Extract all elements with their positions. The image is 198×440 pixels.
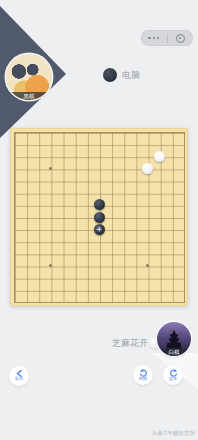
- stone-black: [94, 199, 105, 210]
- circle-dot-icon: [176, 34, 185, 43]
- undo-icon: [139, 369, 148, 377]
- stone-black: [94, 212, 105, 223]
- back-button-label: 返回: [15, 377, 23, 381]
- stone-white: [142, 163, 153, 174]
- ellipsis-icon: [148, 37, 159, 39]
- more-button[interactable]: [141, 30, 167, 46]
- restart-icon: [169, 369, 178, 377]
- undo-button-label: 悔棋: [139, 377, 147, 381]
- star-point: [49, 167, 52, 170]
- stone-white: [154, 151, 165, 162]
- close-button[interactable]: [168, 30, 194, 46]
- miniprogram-capsule: [141, 30, 193, 46]
- back-button[interactable]: 返回: [9, 366, 29, 386]
- black-player-name: 电脑: [122, 69, 140, 81]
- star-point: [49, 264, 52, 267]
- black-player-avatar: 黑棋: [6, 54, 52, 100]
- restart-button[interactable]: 重来: [163, 365, 183, 385]
- board[interactable]: [10, 128, 188, 306]
- undo-button[interactable]: 悔棋: [133, 365, 153, 385]
- white-player-avatar: 白棋: [157, 322, 191, 356]
- watermark: 头条©半糖研究所: [152, 429, 195, 437]
- black-stone-indicator: [103, 68, 117, 82]
- white-player-name: 芝麻花开: [112, 338, 148, 349]
- stone-black: [94, 224, 105, 235]
- restart-button-label: 重来: [169, 377, 177, 381]
- last-move-marker: [97, 227, 102, 232]
